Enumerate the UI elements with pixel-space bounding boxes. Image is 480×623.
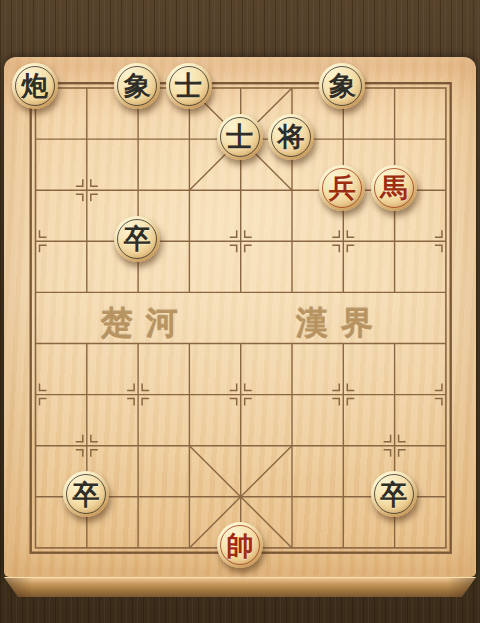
piece-ring (374, 474, 414, 514)
piece-ring (322, 168, 362, 208)
piece-ring (271, 117, 311, 157)
piece-red-soldier[interactable]: 兵 (319, 165, 365, 211)
piece-ring (66, 474, 106, 514)
piece-ring (117, 219, 157, 259)
piece-ring (169, 66, 209, 106)
piece-black-advisor[interactable]: 士 (217, 114, 263, 160)
piece-black-soldier[interactable]: 卒 (371, 471, 417, 517)
piece-ring (322, 66, 362, 106)
xiangqi-app: 楚河 漢界 炮象士象士将兵馬卒卒卒帥 (0, 0, 480, 623)
pieces-layer: 炮象士象士将兵馬卒卒卒帥 (10, 62, 472, 573)
board-front-edge (4, 577, 476, 597)
piece-ring (117, 66, 157, 106)
piece-ring (220, 525, 260, 565)
piece-red-horse[interactable]: 馬 (371, 165, 417, 211)
piece-ring (374, 168, 414, 208)
piece-black-general[interactable]: 将 (268, 114, 314, 160)
piece-black-elephant[interactable]: 象 (319, 63, 365, 109)
piece-ring (220, 117, 260, 157)
piece-black-cannon[interactable]: 炮 (12, 63, 58, 109)
piece-black-soldier[interactable]: 卒 (114, 216, 160, 262)
piece-black-soldier[interactable]: 卒 (63, 471, 109, 517)
piece-black-advisor[interactable]: 士 (166, 63, 212, 109)
piece-red-general[interactable]: 帥 (217, 522, 263, 568)
piece-black-elephant[interactable]: 象 (114, 63, 160, 109)
piece-ring (15, 66, 55, 106)
